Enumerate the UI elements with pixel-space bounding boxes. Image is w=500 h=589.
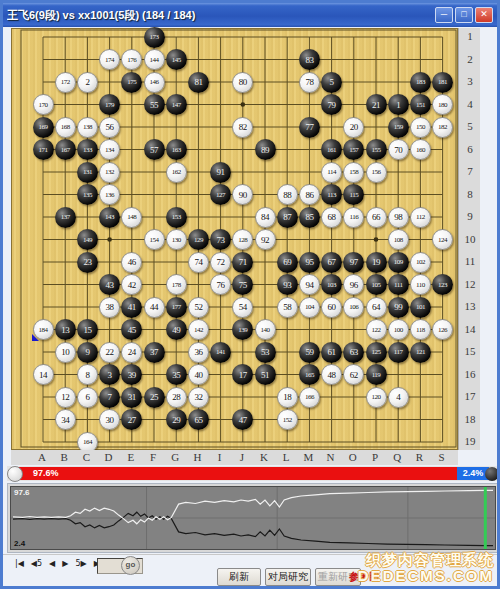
stone-black[interactable]: 147 [166,94,187,115]
stone-black[interactable]: 165 [299,364,320,385]
column-label: S [439,451,445,463]
stone-white[interactable]: 110 [410,274,431,295]
stone-black[interactable]: 149 [77,229,98,250]
stone-white[interactable]: 142 [188,319,209,340]
stone-white[interactable]: 134 [99,139,120,160]
stone-move-number: 173 [150,33,159,41]
stone-black[interactable]: 161 [321,139,342,160]
stone-black[interactable]: 29 [166,409,187,430]
stone-move-number: 132 [105,168,114,176]
stone-black[interactable]: 119 [366,364,387,385]
first-move-button[interactable]: |◀ [13,558,26,569]
back-button[interactable]: ◀ [47,558,57,569]
stone-black[interactable]: 105 [366,274,387,295]
stone-move-number: 146 [150,78,159,86]
stone-white[interactable]: 12 [55,387,76,408]
column-label: K [260,451,268,463]
stone-black[interactable]: 9 [77,342,98,363]
stone-move-number: 178 [172,281,181,289]
stone-move-number: 91 [217,167,225,177]
stone-move-number: 87 [283,212,291,222]
stone-move-number: 48 [328,370,336,380]
stone-white[interactable]: 14 [33,364,54,385]
stone-move-number: 28 [172,392,180,402]
stone-move-number: 84 [261,212,269,222]
column-label: M [304,451,314,463]
stone-white[interactable]: 184 [33,319,54,340]
stone-white[interactable]: 72 [210,252,231,273]
stone-black[interactable]: 61 [321,342,342,363]
stone-black[interactable]: 71 [232,252,253,273]
stone-move-number: 63 [350,347,358,357]
stone-move-number: 104 [305,303,314,311]
stone-move-number: 134 [105,146,114,154]
stone-white[interactable]: 56 [99,117,120,138]
move-cursor [484,487,487,549]
stone-black[interactable]: 127 [210,184,231,205]
stone-black[interactable]: 25 [144,387,165,408]
stone-white[interactable]: 150 [410,117,431,138]
stone-white[interactable]: 44 [144,297,165,318]
stone-move-number: 10 [61,347,69,357]
stone-white[interactable]: 148 [121,207,142,228]
stone-move-number: 47 [239,415,247,425]
stone-move-number: 68 [328,212,336,222]
stone-white[interactable]: 4 [388,387,409,408]
stone-white[interactable]: 114 [321,162,342,183]
stone-black[interactable]: 7 [99,387,120,408]
stone-move-number: 89 [261,145,269,155]
stone-move-number: 110 [416,281,425,289]
stone-move-number: 52 [194,302,202,312]
stone-move-number: 147 [172,101,181,109]
column-label: D [105,451,113,463]
stone-black[interactable]: 1 [388,94,409,115]
stone-black[interactable]: 133 [77,139,98,160]
stone-white[interactable]: 2 [77,72,98,93]
stone-white[interactable]: 136 [99,184,120,205]
stone-white[interactable]: 162 [166,162,187,183]
stone-move-number: 114 [327,168,336,176]
stone-white[interactable]: 22 [99,342,120,363]
stone-move-number: 9 [85,347,89,357]
stone-white[interactable]: 168 [55,117,76,138]
forward-5-button[interactable]: 5▶ [73,558,88,569]
stone-white[interactable]: 108 [388,229,409,250]
stone-white[interactable]: 28 [166,387,187,408]
winrate-graph-panel: 97.6 2.4 [7,483,499,553]
stone-black[interactable]: 81 [188,72,209,93]
stone-move-number: 96 [350,280,358,290]
stone-move-number: 85 [305,212,313,222]
stone-white[interactable]: 116 [343,207,364,228]
stone-black[interactable]: 19 [366,252,387,273]
stone-black[interactable]: 3 [99,364,120,385]
stone-move-number: 60 [328,302,336,312]
stone-move-number: 56 [106,122,114,132]
stone-white[interactable]: 170 [33,94,54,115]
stone-black[interactable]: 155 [366,139,387,160]
stone-white[interactable]: 36 [188,342,209,363]
stone-move-number: 72 [217,257,225,267]
stone-white[interactable]: 160 [410,139,431,160]
stone-black[interactable]: 41 [121,297,142,318]
stone-move-number: 115 [349,191,358,199]
stone-black[interactable]: 177 [166,297,187,318]
row-label: 2 [467,53,473,65]
stone-white[interactable]: 178 [166,274,187,295]
stone-move-number: 92 [261,235,269,245]
stone-black[interactable]: 167 [55,139,76,160]
winrate-graph-plot[interactable]: 97.6 2.4 [10,486,496,550]
stone-white[interactable]: 84 [255,207,276,228]
stone-black[interactable]: 49 [166,319,187,340]
stone-move-number: 111 [394,281,402,289]
stone-move-number: 3 [108,370,112,380]
stone-move-number: 177 [172,303,181,311]
row-label: 6 [467,143,473,155]
stone-black[interactable]: 43 [99,274,120,295]
stone-black[interactable]: 179 [99,94,120,115]
stone-white[interactable]: 100 [388,319,409,340]
stone-move-number: 20 [350,122,358,132]
stone-move-number: 23 [83,257,91,267]
stone-black[interactable]: 21 [366,94,387,115]
stone-move-number: 159 [394,123,403,131]
stone-white[interactable]: 112 [410,207,431,228]
stone-white[interactable]: 46 [121,252,142,273]
back-5-button[interactable]: ◀5 [29,558,44,569]
stone-black[interactable]: 37 [144,342,165,363]
stone-move-number: 34 [61,415,69,425]
stone-black[interactable]: 123 [432,274,453,295]
stone-move-number: 59 [305,347,313,357]
stone-move-number: 150 [416,123,425,131]
stone-white[interactable]: 38 [99,297,120,318]
stone-white[interactable]: 60 [321,297,342,318]
stone-black[interactable]: 59 [299,342,320,363]
stone-move-number: 6 [85,392,89,402]
stone-move-number: 5 [330,77,334,87]
stone-white[interactable]: 174 [99,49,120,70]
stone-black[interactable]: 183 [410,72,431,93]
stone-black[interactable]: 35 [166,364,187,385]
stone-black[interactable]: 87 [277,207,298,228]
controls-bar: |◀◀5◀▶5▶▶| go 刷新对局研究重新研究 参考图 织梦内容管理系统 DE… [3,554,497,587]
stone-black[interactable]: 175 [121,72,142,93]
stone-white[interactable]: 122 [366,319,387,340]
stone-black[interactable]: 63 [343,342,364,363]
watermark-line2: DEDECMS.COM [358,568,494,584]
watermark-line1: 织梦内容管理系统 [358,552,494,568]
column-coordinate-strip: ABCDEFGHIJKLMNOPQRS [11,450,458,465]
stone-move-number: 100 [394,326,403,334]
stone-black[interactable]: 125 [366,342,387,363]
stone-black[interactable]: 77 [299,117,320,138]
stone-move-number: 98 [394,212,402,222]
stone-move-number: 144 [150,56,159,64]
stone-move-number: 43 [106,280,114,290]
stone-black[interactable]: 97 [343,252,364,273]
stone-move-number: 156 [372,168,381,176]
stone-move-number: 93 [283,280,291,290]
stone-black[interactable]: 121 [410,342,431,363]
stone-black[interactable]: 173 [144,27,165,48]
stone-white[interactable]: 146 [144,72,165,93]
stone-move-number: 94 [305,280,313,290]
stone-move-number: 80 [239,77,247,87]
stone-move-number: 8 [85,370,89,380]
stone-black[interactable]: 91 [210,162,231,183]
stone-white[interactable]: 78 [299,72,320,93]
stone-white[interactable]: 144 [144,49,165,70]
stone-white[interactable]: 24 [121,342,142,363]
stone-white[interactable]: 10 [55,342,76,363]
stone-black[interactable]: 73 [210,229,231,250]
stone-white[interactable]: 126 [432,319,453,340]
stone-move-number: 136 [105,191,114,199]
stone-white[interactable]: 64 [366,297,387,318]
stone-black[interactable]: 143 [99,207,120,228]
stone-black[interactable]: 111 [388,274,409,295]
stone-black[interactable]: 67 [321,252,342,273]
stone-move-number: 139 [238,326,247,334]
stone-black[interactable]: 95 [299,252,320,273]
stone-white[interactable]: 58 [277,297,298,318]
stone-white[interactable]: 30 [99,409,120,430]
stone-white[interactable]: 86 [299,184,320,205]
stone-black[interactable]: 103 [321,274,342,295]
stone-move-number: 122 [372,326,381,334]
stone-white[interactable]: 166 [299,387,320,408]
stone-black[interactable]: 137 [55,207,76,228]
stone-move-number: 145 [172,56,181,64]
stone-move-number: 109 [394,258,403,266]
column-label: L [283,451,290,463]
stone-black[interactable]: 15 [77,319,98,340]
stone-white[interactable]: 104 [299,297,320,318]
stone-white[interactable]: 138 [77,117,98,138]
stone-white[interactable]: 70 [388,139,409,160]
stone-black[interactable]: 131 [77,162,98,183]
stone-white[interactable]: 92 [255,229,276,250]
black-stone-icon [485,467,499,481]
stone-move-number: 25 [150,392,158,402]
stone-move-number: 2 [85,77,89,87]
stone-white[interactable]: 132 [99,162,120,183]
stone-move-number: 162 [172,168,181,176]
stone-move-number: 124 [438,236,447,244]
row-label: 11 [465,255,476,267]
stone-move-number: 21 [372,100,380,110]
forward-button[interactable]: ▶ [60,558,70,569]
stone-white[interactable]: 140 [255,319,276,340]
star-point [241,102,246,107]
stone-move-number: 69 [283,257,291,267]
stone-black[interactable]: 85 [299,207,320,228]
stone-move-number: 106 [349,303,358,311]
stone-black[interactable]: 117 [388,342,409,363]
stone-black[interactable]: 129 [188,229,209,250]
stone-black[interactable]: 159 [388,117,409,138]
stone-move-number: 66 [372,212,380,222]
stone-black[interactable]: 51 [255,364,276,385]
stone-move-number: 166 [305,393,314,401]
stone-move-number: 37 [150,347,158,357]
stone-white[interactable]: 124 [432,229,453,250]
stone-move-number: 157 [349,146,358,154]
stone-white[interactable]: 82 [232,117,253,138]
stone-white[interactable]: 88 [277,184,298,205]
stone-black[interactable]: 99 [388,297,409,318]
stone-black[interactable]: 53 [255,342,276,363]
stone-white[interactable]: 8 [77,364,98,385]
stone-black[interactable]: 171 [33,139,54,160]
stone-white[interactable]: 154 [144,229,165,250]
stone-white[interactable]: 94 [299,274,320,295]
stone-white[interactable]: 34 [55,409,76,430]
stone-move-number: 158 [349,168,358,176]
stone-move-number: 74 [194,257,202,267]
stone-move-number: 75 [239,280,247,290]
stone-white[interactable]: 80 [232,72,253,93]
stone-black[interactable]: 31 [121,387,142,408]
stone-move-number: 148 [127,213,136,221]
stone-white[interactable]: 120 [366,387,387,408]
stone-white[interactable]: 180 [432,94,453,115]
stone-move-number: 127 [216,191,225,199]
stone-move-number: 102 [416,258,425,266]
stone-move-number: 55 [150,100,158,110]
stone-move-number: 138 [83,123,92,131]
stone-move-number: 108 [394,236,403,244]
stone-black[interactable]: 153 [166,207,187,228]
stone-white[interactable]: 54 [232,297,253,318]
stone-black[interactable]: 23 [77,252,98,273]
stone-black[interactable]: 13 [55,319,76,340]
stone-white[interactable]: 66 [366,207,387,228]
stone-white[interactable]: 40 [188,364,209,385]
stone-move-number: 182 [438,123,447,131]
stone-black[interactable]: 89 [255,139,276,160]
stone-move-number: 152 [283,416,292,424]
stone-move-number: 35 [172,370,180,380]
stone-black[interactable]: 145 [166,49,187,70]
stone-move-number: 169 [39,123,48,131]
minimize-button[interactable]: ─ [435,7,453,23]
stone-move-number: 81 [194,77,202,87]
stone-black[interactable]: 65 [188,409,209,430]
row-label: 14 [465,323,476,335]
stone-move-number: 76 [217,280,225,290]
title-bar[interactable]: 王飞6(9段) vs xx1001(5段) (184 / 184) ─ □ ✕ [3,3,497,27]
stone-move-number: 179 [105,101,114,109]
stone-white[interactable]: 32 [188,387,209,408]
stone-white[interactable]: 74 [188,252,209,273]
stone-black[interactable]: 5 [321,72,342,93]
stone-white[interactable]: 98 [388,207,409,228]
stone-move-number: 183 [416,78,425,86]
stone-move-number: 125 [372,348,381,356]
stone-black[interactable]: 57 [144,139,165,160]
stone-black[interactable]: 69 [277,252,298,273]
go-button[interactable]: go [121,556,140,575]
stone-white[interactable]: 152 [277,409,298,430]
stone-black[interactable]: 163 [166,139,187,160]
stone-white[interactable]: 52 [188,297,209,318]
row-label: 3 [467,75,473,87]
stone-white[interactable]: 6 [77,387,98,408]
row-label: 4 [467,98,473,110]
maximize-button[interactable]: □ [455,7,473,23]
close-button[interactable]: ✕ [475,7,493,23]
stone-white[interactable]: 68 [321,207,342,228]
row-label: 18 [465,413,476,425]
stone-move-number: 7 [108,392,112,402]
stone-white[interactable]: 158 [343,162,364,183]
column-label: N [327,451,335,463]
stone-move-number: 149 [83,236,92,244]
stone-black[interactable]: 93 [277,274,298,295]
stone-black[interactable]: 141 [210,342,231,363]
stone-black[interactable]: 55 [144,94,165,115]
stone-white[interactable]: 118 [410,319,431,340]
stone-white[interactable]: 156 [366,162,387,183]
star-point [374,237,379,242]
row-label: 5 [467,120,473,132]
game-study-button[interactable]: 对局研究 [265,568,311,586]
stone-black[interactable]: 79 [321,94,342,115]
stone-white[interactable]: 18 [277,387,298,408]
stone-move-number: 161 [327,146,336,154]
stone-move-number: 113 [327,191,336,199]
stone-white[interactable]: 172 [55,72,76,93]
stone-black[interactable]: 181 [432,72,453,93]
stone-white[interactable]: 106 [343,297,364,318]
stone-white[interactable]: 48 [321,364,342,385]
stone-black[interactable]: 109 [388,252,409,273]
stone-move-number: 46 [128,257,136,267]
stone-white[interactable]: 130 [166,229,187,250]
stone-move-number: 121 [416,348,425,356]
stone-black[interactable]: 135 [77,184,98,205]
stone-move-number: 172 [61,78,70,86]
stone-move-number: 22 [106,347,114,357]
refresh-button[interactable]: 刷新 [217,568,261,586]
column-label: I [218,451,222,463]
column-label: O [349,451,357,463]
stone-white[interactable]: 182 [432,117,453,138]
stone-move-number: 123 [438,281,447,289]
stone-black[interactable]: 83 [299,49,320,70]
stone-black[interactable]: 151 [410,94,431,115]
stone-black[interactable]: 101 [410,297,431,318]
stone-move-number: 78 [305,77,313,87]
stone-move-number: 38 [106,302,114,312]
row-label: 12 [465,278,476,290]
stone-white[interactable]: 20 [343,117,364,138]
stone-move-number: 17 [239,370,247,380]
stone-black[interactable]: 113 [321,184,342,205]
stone-white[interactable]: 76 [210,274,231,295]
stone-move-number: 79 [328,100,336,110]
stone-white[interactable]: 102 [410,252,431,273]
stone-move-number: 58 [283,302,291,312]
go-board[interactable]: 1731741761441458317221751468180785183181… [11,28,458,450]
stone-move-number: 97 [350,257,358,267]
stone-black[interactable]: 169 [33,117,54,138]
row-label: 15 [465,345,476,357]
